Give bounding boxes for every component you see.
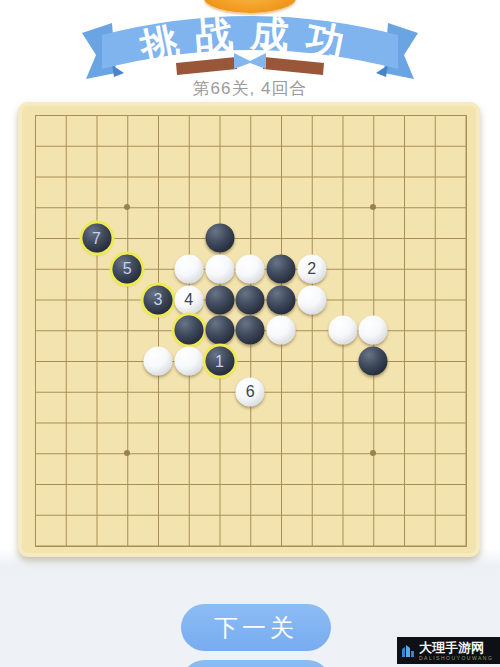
black-stone — [205, 224, 234, 253]
ribbon-fold-chevron — [234, 53, 266, 69]
move-number: 7 — [92, 230, 101, 246]
watermark: 大理手游网 DALISHOUYOUWANG — [397, 637, 500, 664]
gomoku-board: 7523416 — [18, 102, 480, 557]
ribbon-left-fold — [112, 65, 124, 77]
white-stone — [236, 254, 265, 283]
black-stone-move-5: 5 — [113, 254, 142, 283]
level-subtitle: 第66关, 4回合 — [0, 77, 500, 100]
white-stone-move-2: 2 — [297, 254, 326, 283]
black-stone — [359, 347, 388, 376]
black-stone — [267, 254, 296, 283]
buildings-icon — [400, 643, 416, 659]
black-stone — [267, 285, 296, 314]
white-stone — [359, 316, 388, 345]
move-number: 4 — [184, 292, 193, 308]
star-point — [124, 450, 130, 456]
white-stone-move-6: 6 — [236, 377, 265, 406]
white-stone — [205, 254, 234, 283]
black-stone — [174, 316, 203, 345]
black-stone-move-7: 7 — [82, 224, 111, 253]
page: 挑战成功 第66关, 4回合 7523416 下一关 大理手游网 DALISHO… — [0, 0, 500, 667]
watermark-title: 大理手游网 — [419, 641, 493, 655]
move-number: 6 — [246, 384, 255, 400]
star-point — [370, 204, 376, 210]
black-stone — [236, 316, 265, 345]
white-stone — [174, 347, 203, 376]
white-stone — [144, 347, 173, 376]
watermark-subtitle: DALISHOUYOUWANG — [419, 655, 493, 661]
move-number: 1 — [215, 353, 224, 369]
move-number: 3 — [154, 292, 163, 308]
next-level-button[interactable]: 下一关 — [181, 604, 331, 651]
move-number: 5 — [123, 261, 132, 277]
secondary-button-peek[interactable] — [181, 660, 331, 667]
white-stone — [174, 254, 203, 283]
star-point — [370, 450, 376, 456]
white-stone — [328, 316, 357, 345]
white-stone — [267, 316, 296, 345]
star-point — [124, 204, 130, 210]
move-number: 2 — [307, 261, 316, 277]
black-stone-move-1: 1 — [205, 347, 234, 376]
black-stone — [205, 285, 234, 314]
white-stone-move-4: 4 — [174, 285, 203, 314]
black-stone — [205, 316, 234, 345]
success-banner: 挑战成功 — [78, 3, 422, 83]
grid-area: 7523416 — [35, 115, 466, 546]
white-stone — [297, 285, 326, 314]
black-stone — [236, 285, 265, 314]
black-stone-move-3: 3 — [144, 285, 173, 314]
ribbon-right-fold — [376, 65, 388, 77]
